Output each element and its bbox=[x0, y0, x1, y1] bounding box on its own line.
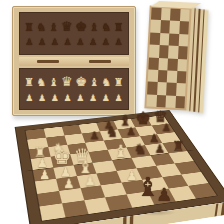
folded-board-box bbox=[144, 5, 211, 111]
chess-piece-bp: ♟ bbox=[117, 127, 139, 138]
tray-piece-bp: ♟ bbox=[51, 38, 59, 47]
checker-cell bbox=[177, 58, 187, 71]
chess-piece-wp: ♟ bbox=[55, 176, 80, 191]
tray-piece-br: ♜ bbox=[24, 22, 34, 33]
black-n-icon: ♞ bbox=[106, 126, 119, 140]
tray-piece-bp: ♟ bbox=[76, 38, 84, 47]
product-photo: ♜♞♝♛♚♝♞♜ ♟♟♟♟♟♟♟♟ ♜♞♝♛♚♝♞♜ ♟♟♟♟♟♟♟♟ ♟♝♚♛… bbox=[0, 0, 224, 224]
offboard-piece-bp: ♟ bbox=[156, 186, 172, 204]
tray-piece-wn: ♞ bbox=[37, 77, 47, 88]
checker-cell bbox=[179, 21, 189, 34]
board-scene: ♟♝♚♛♟♞♟♟♜♞♟♟♚♛♝♞♟♜♟♟♝♟♟♟ bbox=[8, 98, 216, 224]
tray-piece-bp: ♟ bbox=[64, 38, 72, 47]
white-p-icon: ♟ bbox=[39, 168, 50, 181]
chess-piece-wp: ♟ bbox=[76, 174, 101, 189]
checker-cell bbox=[176, 71, 186, 84]
offboard-shadow bbox=[136, 209, 176, 216]
tray-piece-wr: ♜ bbox=[24, 77, 34, 88]
tray-piece-wb: ♝ bbox=[89, 77, 99, 88]
folded-box-checker-face bbox=[144, 5, 191, 110]
white-p-icon: ♟ bbox=[63, 177, 75, 190]
white-p-icon: ♟ bbox=[84, 175, 96, 188]
tray-black-back-row: ♜♞♝♛♚♝♞♜ bbox=[23, 20, 125, 33]
offboard-pieces: ♝♟ bbox=[134, 172, 184, 218]
tray-piece-bp: ♟ bbox=[115, 38, 123, 47]
tray-piece-wr: ♜ bbox=[114, 77, 124, 88]
chess-board: ♟♝♚♛♟♞♟♟♜♞♟♟♚♛♝♞♟♜♟♟♝♟♟♟ bbox=[15, 110, 224, 224]
tray-piece-wb: ♝ bbox=[49, 77, 59, 88]
hinge-strip bbox=[19, 57, 129, 66]
tray-piece-bq: ♛ bbox=[61, 20, 73, 33]
tray-piece-wq: ♛ bbox=[61, 75, 73, 88]
tray-white-back-row: ♜♞♝♛♚♝♞♜ bbox=[23, 75, 125, 88]
checker-cell bbox=[178, 34, 188, 47]
checker-cell bbox=[178, 46, 188, 59]
checker-cell bbox=[179, 9, 189, 22]
tray-piece-bk: ♚ bbox=[75, 20, 87, 33]
tray-black-pieces: ♜♞♝♛♚♝♞♜ ♟♟♟♟♟♟♟♟ bbox=[19, 12, 129, 55]
tray-piece-bb: ♝ bbox=[49, 22, 59, 33]
black-p-icon: ♟ bbox=[161, 122, 171, 133]
tray-piece-bp: ♟ bbox=[38, 38, 46, 47]
tray-piece-wn: ♞ bbox=[102, 77, 112, 88]
tray-piece-bp: ♟ bbox=[25, 38, 33, 47]
black-p-icon: ♟ bbox=[89, 131, 99, 142]
tray-piece-bp: ♟ bbox=[89, 38, 97, 47]
tray-piece-bp: ♟ bbox=[102, 38, 110, 47]
black-p-icon: ♟ bbox=[125, 126, 135, 137]
checker-cell bbox=[176, 83, 186, 96]
tray-piece-wk: ♚ bbox=[75, 75, 87, 88]
tray-piece-bb: ♝ bbox=[89, 22, 99, 33]
black-k-icon: ♚ bbox=[135, 109, 151, 127]
hinge-icon bbox=[37, 60, 59, 63]
tray-piece-bn: ♞ bbox=[102, 22, 112, 33]
hinge-icon bbox=[89, 60, 111, 63]
tray-black-pawn-row: ♟♟♟♟♟♟♟♟ bbox=[23, 38, 125, 47]
tray-piece-br: ♜ bbox=[114, 22, 124, 33]
tray-piece-bn: ♞ bbox=[37, 22, 47, 33]
